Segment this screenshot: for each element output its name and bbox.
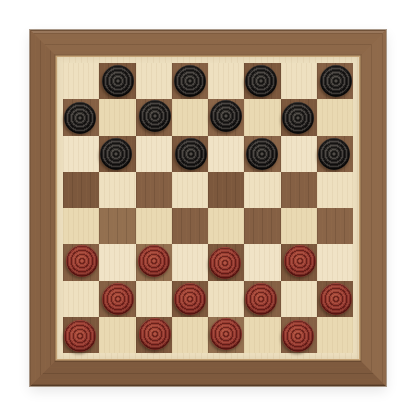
square-r7c5[interactable] [208,281,244,317]
square-r5c5[interactable] [208,208,244,244]
square-r7c4[interactable]: ⛀ [172,281,208,317]
black-man-piece[interactable]: ⛂ [139,100,171,132]
black-man-piece[interactable]: ⛂ [175,138,207,170]
black-man-piece[interactable]: ⛂ [282,102,314,134]
square-r5c7[interactable] [281,208,317,244]
square-r4c4[interactable] [172,172,208,208]
square-r6c6[interactable] [244,244,280,280]
square-r2c7[interactable]: ⛂ [281,99,317,135]
square-r8c7[interactable]: ⛀ [281,317,317,353]
red-man-piece[interactable]: ⛀ [139,318,171,350]
square-r6c1[interactable]: ⛀ [63,244,99,280]
black-man-piece[interactable]: ⛂ [102,65,134,97]
red-man-piece[interactable]: ⛀ [64,320,96,352]
square-r3c7[interactable] [281,136,317,172]
square-r4c2[interactable] [99,172,135,208]
red-man-piece[interactable]: ⛀ [282,320,314,352]
red-man-piece[interactable]: ⛀ [245,283,277,315]
square-r1c3[interactable] [136,63,172,99]
square-r7c2[interactable]: ⛀ [99,281,135,317]
square-r4c8[interactable] [317,172,353,208]
square-r8c6[interactable] [244,317,280,353]
square-r6c7[interactable]: ⛀ [281,244,317,280]
square-r5c6[interactable] [244,208,280,244]
square-r5c8[interactable] [317,208,353,244]
square-r6c5[interactable]: ⛀ [208,244,244,280]
black-man-piece[interactable]: ⛂ [210,100,242,132]
red-man-piece[interactable]: ⛀ [210,318,242,350]
red-man-piece[interactable]: ⛀ [284,245,316,277]
square-r3c4[interactable]: ⛂ [172,136,208,172]
square-r7c3[interactable] [136,281,172,317]
red-man-piece[interactable]: ⛀ [102,283,134,315]
square-r7c8[interactable]: ⛀ [317,281,353,317]
red-man-piece[interactable]: ⛀ [66,245,98,277]
square-r8c8[interactable] [317,317,353,353]
square-r2c3[interactable]: ⛂ [136,99,172,135]
square-r1c2[interactable]: ⛂ [99,63,135,99]
square-r1c6[interactable]: ⛂ [244,63,280,99]
square-r3c1[interactable] [63,136,99,172]
square-r8c5[interactable]: ⛀ [208,317,244,353]
black-man-piece[interactable]: ⛂ [320,65,352,97]
black-man-piece[interactable]: ⛂ [318,138,350,170]
square-r4c6[interactable] [244,172,280,208]
square-r2c1[interactable]: ⛂ [63,99,99,135]
board-caption: Wooden checkers (draughts) board with pi… [0,0,1,1]
red-man-piece[interactable]: ⛀ [209,247,241,279]
black-man-piece[interactable]: ⛂ [245,65,277,97]
square-r1c7[interactable] [281,63,317,99]
square-r6c8[interactable] [317,244,353,280]
square-r7c7[interactable] [281,281,317,317]
black-man-piece[interactable]: ⛂ [100,138,132,170]
square-r1c5[interactable] [208,63,244,99]
red-man-piece[interactable]: ⛀ [320,283,352,315]
square-r1c4[interactable]: ⛂ [172,63,208,99]
square-r6c2[interactable] [99,244,135,280]
square-r5c1[interactable] [63,208,99,244]
square-r4c5[interactable] [208,172,244,208]
square-r1c8[interactable]: ⛂ [317,63,353,99]
square-r5c3[interactable] [136,208,172,244]
square-r3c6[interactable]: ⛂ [244,136,280,172]
square-r8c2[interactable] [99,317,135,353]
square-r6c3[interactable]: ⛀ [136,244,172,280]
black-man-piece[interactable]: ⛂ [174,65,206,97]
black-man-piece[interactable]: ⛂ [246,138,278,170]
square-r4c1[interactable] [63,172,99,208]
board-inner-panel: ⛂⛂⛂⛂⛂⛂⛂⛂⛂⛂⛂⛂⛀⛀⛀⛀⛀⛀⛀⛀⛀⛀⛀⛀ [57,57,359,359]
board-grid: ⛂⛂⛂⛂⛂⛂⛂⛂⛂⛂⛂⛂⛀⛀⛀⛀⛀⛀⛀⛀⛀⛀⛀⛀ [63,63,353,353]
square-r2c2[interactable] [99,99,135,135]
red-man-piece[interactable]: ⛀ [174,283,206,315]
square-r5c4[interactable] [172,208,208,244]
square-r2c6[interactable] [244,99,280,135]
checkers-board: ⛂⛂⛂⛂⛂⛂⛂⛂⛂⛂⛂⛂⛀⛀⛀⛀⛀⛀⛀⛀⛀⛀⛀⛀ [30,30,386,386]
square-r8c1[interactable]: ⛀ [63,317,99,353]
red-man-piece[interactable]: ⛀ [138,245,170,277]
square-r2c4[interactable] [172,99,208,135]
square-r8c3[interactable]: ⛀ [136,317,172,353]
square-r2c8[interactable] [317,99,353,135]
square-r3c5[interactable] [208,136,244,172]
square-r7c6[interactable]: ⛀ [244,281,280,317]
square-r8c4[interactable] [172,317,208,353]
square-r2c5[interactable]: ⛂ [208,99,244,135]
black-man-piece[interactable]: ⛂ [64,102,96,134]
square-r3c3[interactable] [136,136,172,172]
square-r7c1[interactable] [63,281,99,317]
square-r1c1[interactable] [63,63,99,99]
square-r5c2[interactable] [99,208,135,244]
square-r3c8[interactable]: ⛂ [317,136,353,172]
square-r3c2[interactable]: ⛂ [99,136,135,172]
square-r4c3[interactable] [136,172,172,208]
square-r4c7[interactable] [281,172,317,208]
square-r6c4[interactable] [172,244,208,280]
